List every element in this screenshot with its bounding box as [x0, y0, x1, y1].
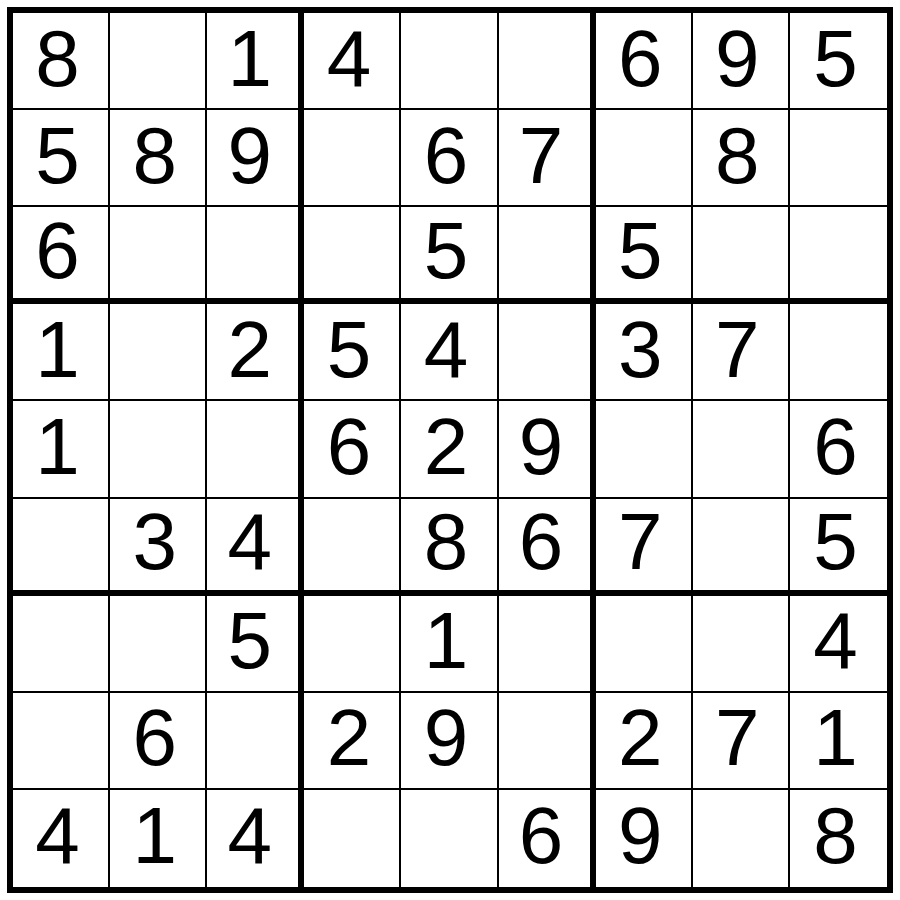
cell-digit: 2 — [618, 698, 663, 778]
cell-r4c5[interactable]: 4 — [401, 304, 498, 401]
cell-r7c4[interactable] — [304, 596, 401, 693]
cell-digit: 2 — [424, 407, 469, 487]
cell-digit: 1 — [35, 310, 80, 390]
cell-r3c9[interactable] — [790, 207, 887, 304]
cell-digit: 2 — [327, 698, 372, 778]
cell-r8c5[interactable]: 9 — [401, 693, 498, 790]
cell-r3c1[interactable]: 6 — [13, 207, 110, 304]
cell-digit: 4 — [35, 796, 80, 876]
cell-r7c9[interactable]: 4 — [790, 596, 887, 693]
cell-r9c1[interactable]: 4 — [13, 790, 110, 887]
cell-r2c6[interactable]: 7 — [499, 110, 596, 207]
cell-r4c4[interactable]: 5 — [304, 304, 401, 401]
cell-r3c6[interactable] — [499, 207, 596, 304]
cell-r8c3[interactable] — [207, 693, 304, 790]
cell-r1c3[interactable]: 1 — [207, 13, 304, 110]
cell-r3c5[interactable]: 5 — [401, 207, 498, 304]
cell-r5c8[interactable] — [693, 401, 790, 498]
cell-r5c6[interactable]: 9 — [499, 401, 596, 498]
cell-r3c2[interactable] — [110, 207, 207, 304]
cell-r6c9[interactable]: 5 — [790, 499, 887, 596]
cell-r7c7[interactable] — [596, 596, 693, 693]
cell-digit: 9 — [228, 116, 273, 196]
cell-r1c6[interactable] — [499, 13, 596, 110]
cell-digit: 3 — [618, 310, 663, 390]
cell-r2c2[interactable]: 8 — [110, 110, 207, 207]
cell-r4c3[interactable]: 2 — [207, 304, 304, 401]
cell-r3c8[interactable] — [693, 207, 790, 304]
cell-r8c8[interactable]: 7 — [693, 693, 790, 790]
cell-digit: 9 — [519, 407, 564, 487]
cell-r9c7[interactable]: 9 — [596, 790, 693, 887]
cell-digit: 6 — [813, 407, 858, 487]
cell-r6c2[interactable]: 3 — [110, 499, 207, 596]
cell-digit: 7 — [519, 116, 564, 196]
cell-r9c9[interactable]: 8 — [790, 790, 887, 887]
cell-r9c6[interactable]: 6 — [499, 790, 596, 887]
cell-r2c9[interactable] — [790, 110, 887, 207]
cell-r5c4[interactable]: 6 — [304, 401, 401, 498]
cell-r3c7[interactable]: 5 — [596, 207, 693, 304]
cell-r1c9[interactable]: 5 — [790, 13, 887, 110]
cell-digit: 5 — [327, 310, 372, 390]
page: 8146955896786551254371629634867551462927… — [0, 0, 900, 900]
cell-r4c1[interactable]: 1 — [13, 304, 110, 401]
cell-digit: 8 — [35, 19, 80, 99]
cell-r6c3[interactable]: 4 — [207, 499, 304, 596]
cell-digit: 4 — [813, 601, 858, 681]
cell-digit: 1 — [35, 407, 80, 487]
cell-r5c7[interactable] — [596, 401, 693, 498]
cell-digit: 8 — [424, 502, 469, 582]
cell-r6c6[interactable]: 6 — [499, 499, 596, 596]
cell-digit: 7 — [618, 502, 663, 582]
cell-digit: 9 — [715, 19, 760, 99]
cell-digit: 5 — [813, 19, 858, 99]
cell-r5c9[interactable]: 6 — [790, 401, 887, 498]
cell-r7c3[interactable]: 5 — [207, 596, 304, 693]
cell-digit: 6 — [35, 211, 80, 291]
cell-r5c3[interactable] — [207, 401, 304, 498]
cell-digit: 7 — [715, 310, 760, 390]
cell-digit: 7 — [715, 698, 760, 778]
cell-r1c8[interactable]: 9 — [693, 13, 790, 110]
cell-r3c4[interactable] — [304, 207, 401, 304]
cell-r4c6[interactable] — [499, 304, 596, 401]
cell-digit: 5 — [618, 211, 663, 291]
cell-digit: 6 — [424, 116, 469, 196]
cell-digit: 4 — [228, 502, 273, 582]
cell-digit: 3 — [132, 502, 177, 582]
cell-r9c5[interactable] — [401, 790, 498, 887]
cell-r2c4[interactable] — [304, 110, 401, 207]
cell-r4c7[interactable]: 3 — [596, 304, 693, 401]
cell-digit: 1 — [424, 601, 469, 681]
cell-digit: 5 — [228, 601, 273, 681]
cell-r7c2[interactable] — [110, 596, 207, 693]
cell-digit: 5 — [35, 116, 80, 196]
cell-r8c9[interactable]: 1 — [790, 693, 887, 790]
cell-digit: 8 — [715, 116, 760, 196]
cell-r6c8[interactable] — [693, 499, 790, 596]
cell-digit: 6 — [519, 502, 564, 582]
cell-r7c1[interactable] — [13, 596, 110, 693]
cell-r8c1[interactable] — [13, 693, 110, 790]
cell-r2c5[interactable]: 6 — [401, 110, 498, 207]
cell-r9c8[interactable] — [693, 790, 790, 887]
cell-r3c3[interactable] — [207, 207, 304, 304]
cell-r9c3[interactable]: 4 — [207, 790, 304, 887]
cell-r5c2[interactable] — [110, 401, 207, 498]
cell-digit: 8 — [813, 796, 858, 876]
cell-r2c3[interactable]: 9 — [207, 110, 304, 207]
cell-digit: 1 — [813, 698, 858, 778]
cell-r9c4[interactable] — [304, 790, 401, 887]
cell-digit: 1 — [132, 796, 177, 876]
cell-r6c5[interactable]: 8 — [401, 499, 498, 596]
cell-r4c9[interactable] — [790, 304, 887, 401]
cell-r5c5[interactable]: 2 — [401, 401, 498, 498]
cell-digit: 1 — [228, 19, 273, 99]
cell-r1c7[interactable]: 6 — [596, 13, 693, 110]
cell-digit: 9 — [424, 698, 469, 778]
cell-r4c8[interactable]: 7 — [693, 304, 790, 401]
cell-r8c7[interactable]: 2 — [596, 693, 693, 790]
cell-r6c7[interactable]: 7 — [596, 499, 693, 596]
cell-digit: 9 — [618, 796, 663, 876]
cell-digit: 6 — [327, 407, 372, 487]
cell-digit: 5 — [813, 502, 858, 582]
cell-r7c6[interactable] — [499, 596, 596, 693]
cell-digit: 6 — [519, 796, 564, 876]
cell-digit: 4 — [228, 796, 273, 876]
cell-r2c1[interactable]: 5 — [13, 110, 110, 207]
cell-r5c1[interactable]: 1 — [13, 401, 110, 498]
cell-digit: 4 — [424, 310, 469, 390]
cell-r8c4[interactable]: 2 — [304, 693, 401, 790]
cell-digit: 6 — [618, 19, 663, 99]
cell-r9c2[interactable]: 1 — [110, 790, 207, 887]
cell-r1c1[interactable]: 8 — [13, 13, 110, 110]
cell-r7c8[interactable] — [693, 596, 790, 693]
cell-r8c6[interactable] — [499, 693, 596, 790]
cell-digit: 5 — [424, 211, 469, 291]
cell-r6c4[interactable] — [304, 499, 401, 596]
cell-r4c2[interactable] — [110, 304, 207, 401]
cell-r7c5[interactable]: 1 — [401, 596, 498, 693]
cell-digit: 2 — [228, 310, 273, 390]
cell-digit: 6 — [132, 698, 177, 778]
cell-r1c2[interactable] — [110, 13, 207, 110]
cell-digit: 4 — [327, 19, 372, 99]
sudoku-board: 8146955896786551254371629634867551462927… — [7, 7, 893, 893]
cell-r1c5[interactable] — [401, 13, 498, 110]
cell-r8c2[interactable]: 6 — [110, 693, 207, 790]
cell-r2c7[interactable] — [596, 110, 693, 207]
cell-r2c8[interactable]: 8 — [693, 110, 790, 207]
cell-r6c1[interactable] — [13, 499, 110, 596]
cell-digit: 8 — [132, 116, 177, 196]
cell-r1c4[interactable]: 4 — [304, 13, 401, 110]
